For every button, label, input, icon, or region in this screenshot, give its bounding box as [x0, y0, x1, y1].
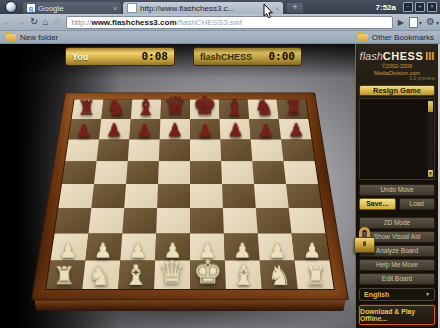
version-text: 1.0 preview — [359, 76, 435, 82]
language-dropdown[interactable]: English ▼ — [359, 288, 435, 301]
square-g4[interactable] — [254, 184, 289, 208]
scrollbar-thumb[interactable] — [428, 101, 433, 112]
lock-icon — [352, 227, 376, 253]
square-d3[interactable] — [156, 208, 190, 233]
mouse-cursor — [263, 4, 274, 19]
square-b5[interactable] — [94, 161, 128, 184]
player-clock: You 0:08 — [65, 47, 175, 66]
square-a5[interactable] — [62, 161, 97, 184]
square-f5[interactable] — [221, 161, 254, 184]
move-list-scrollbar[interactable]: ▼ — [428, 100, 433, 178]
language-value: English — [364, 291, 389, 298]
square-h6[interactable] — [281, 140, 315, 162]
square-b6[interactable] — [97, 140, 130, 162]
tab-bar: g Google × http://www.flashchess3.c... ×… — [0, 0, 440, 14]
board-front-edge — [34, 300, 345, 311]
new-tab-button[interactable]: + — [287, 3, 303, 13]
square-g6[interactable] — [251, 140, 284, 162]
scroll-down-icon[interactable]: ▼ — [428, 170, 433, 177]
player-clock-time: 0:08 — [142, 50, 169, 63]
square-b3[interactable] — [88, 208, 124, 233]
go-icon[interactable]: ▶ — [398, 18, 404, 27]
restore-button[interactable]: + — [415, 2, 425, 12]
forward-icon[interactable]: → — [16, 17, 26, 27]
square-d4[interactable] — [157, 184, 190, 208]
address-bar[interactable]: http://www.flashchess3.com/flashCHESS3.s… — [66, 16, 392, 29]
tab-close-icon[interactable]: × — [275, 5, 279, 12]
move-list[interactable]: ▼ — [359, 98, 435, 180]
control-panel: flashCHESSIII ©2002-2009 MediaDivision.c… — [355, 44, 438, 328]
google-favicon: g — [27, 4, 35, 12]
undo-move-button[interactable]: Undo Move — [359, 184, 435, 196]
piece-black-rook[interactable]: ♜ — [273, 99, 314, 119]
other-bookmarks[interactable]: Other Bookmarks — [372, 33, 434, 42]
edit-board-button[interactable]: Edit Board — [359, 273, 435, 285]
chess-board: ♜♞♝♛♚♝♞♜♟♟♟♟♟♟♟♟♟♟♟♟♟♟♟♟♜♞♝♛♚♝♞♜ — [31, 93, 349, 301]
tab-title: http://www.flashchess3.c... — [140, 4, 272, 13]
back-icon[interactable]: ← — [2, 17, 12, 27]
square-a3[interactable] — [55, 208, 92, 233]
square-f3[interactable] — [223, 208, 258, 233]
engine-clock: flashCHESS 0:00 — [193, 47, 302, 66]
engine-clock-label: flashCHESS — [200, 52, 269, 62]
url-host: www.flashchess3.com — [91, 18, 176, 27]
flash-app-stage: You 0:08 flashCHESS 0:00 ♜♞♝♛♚♝♞♜♟♟♟♟♟♟♟… — [0, 44, 440, 328]
square-h2[interactable]: ♟ — [292, 234, 330, 261]
tab-title: Google — [38, 4, 110, 13]
browser-toolbar: ← → ↻ ⌂ ☆ http://www.flashchess3.com/fla… — [0, 14, 440, 31]
square-c4[interactable] — [124, 184, 158, 208]
clock-time: 7:52a — [376, 3, 396, 12]
logo-flash: flash — [360, 50, 383, 62]
save-button[interactable]: Save... — [359, 198, 396, 210]
square-h5[interactable] — [283, 161, 318, 184]
square-c6[interactable] — [128, 140, 160, 162]
piece-black-pawn[interactable]: ♟ — [275, 122, 317, 140]
square-c3[interactable] — [122, 208, 157, 233]
wrench-caret-icon[interactable]: ▾ — [436, 19, 439, 26]
square-f6[interactable] — [220, 140, 252, 162]
bookmark-new-folder[interactable]: New folder — [20, 33, 58, 42]
page-menu-icon[interactable] — [409, 17, 418, 28]
square-h8[interactable]: ♜ — [277, 100, 309, 120]
square-h1[interactable]: ♜ — [295, 260, 334, 289]
square-e3[interactable] — [190, 208, 224, 233]
square-e6[interactable] — [190, 140, 221, 162]
square-d6[interactable] — [159, 140, 190, 162]
piece-white-pawn[interactable]: ♟ — [288, 240, 336, 261]
square-h4[interactable] — [286, 184, 322, 208]
folder-icon — [6, 34, 16, 41]
reload-icon[interactable]: ↻ — [30, 17, 38, 27]
tab-close-icon[interactable]: × — [113, 5, 117, 12]
square-d5[interactable] — [158, 161, 190, 184]
player-clock-label: You — [72, 52, 142, 62]
bookmark-star-icon[interactable]: ☆ — [52, 17, 61, 27]
square-e5[interactable] — [190, 161, 222, 184]
browser-logo-icon[interactable] — [5, 1, 17, 13]
load-button[interactable]: Load — [399, 198, 436, 210]
page-menu-caret-icon[interactable]: ▾ — [419, 19, 422, 26]
resign-game-button[interactable]: Resign Game — [359, 85, 435, 96]
square-g3[interactable] — [256, 208, 292, 233]
piece-white-rook[interactable]: ♜ — [291, 264, 340, 289]
board-grid: ♜♞♝♛♚♝♞♜♟♟♟♟♟♟♟♟♟♟♟♟♟♟♟♟♜♞♝♛♚♝♞♜ — [46, 100, 333, 289]
square-f4[interactable] — [222, 184, 256, 208]
tab-flashchess[interactable]: http://www.flashchess3.c... × — [123, 2, 283, 14]
url-scheme: http:// — [71, 18, 91, 27]
url-path: /flashCHESS3.swf — [177, 18, 242, 27]
close-button[interactable]: × — [427, 2, 437, 12]
square-g5[interactable] — [252, 161, 286, 184]
help-me-move-button[interactable]: Help Me Move — [359, 259, 435, 271]
browser-window: g Google × http://www.flashchess3.c... ×… — [0, 0, 440, 328]
logo-chess: CHESS — [383, 50, 423, 62]
minimize-button[interactable]: − — [403, 2, 413, 12]
tab-google[interactable]: g Google × — [23, 2, 121, 14]
square-h3[interactable] — [289, 208, 326, 233]
logo-iii: III — [425, 50, 434, 62]
engine-clock-time: 0:00 — [269, 50, 296, 63]
chevron-down-icon: ▼ — [425, 291, 430, 297]
square-h7[interactable]: ♟ — [279, 119, 312, 140]
square-b4[interactable] — [91, 184, 126, 208]
download-play-offline-button[interactable]: Download & Play Offline... — [359, 305, 435, 325]
square-a4[interactable] — [58, 184, 94, 208]
home-icon[interactable]: ⌂ — [42, 17, 48, 27]
folder-icon — [358, 34, 368, 41]
square-e4[interactable] — [190, 184, 223, 208]
square-a6[interactable] — [65, 140, 99, 162]
app-logo: flashCHESSIII — [359, 47, 435, 63]
wrench-icon[interactable]: ⚙ — [426, 17, 435, 27]
bookmarks-bar: New folder Other Bookmarks — [0, 31, 440, 44]
page-favicon — [127, 3, 137, 13]
square-c5[interactable] — [126, 161, 159, 184]
